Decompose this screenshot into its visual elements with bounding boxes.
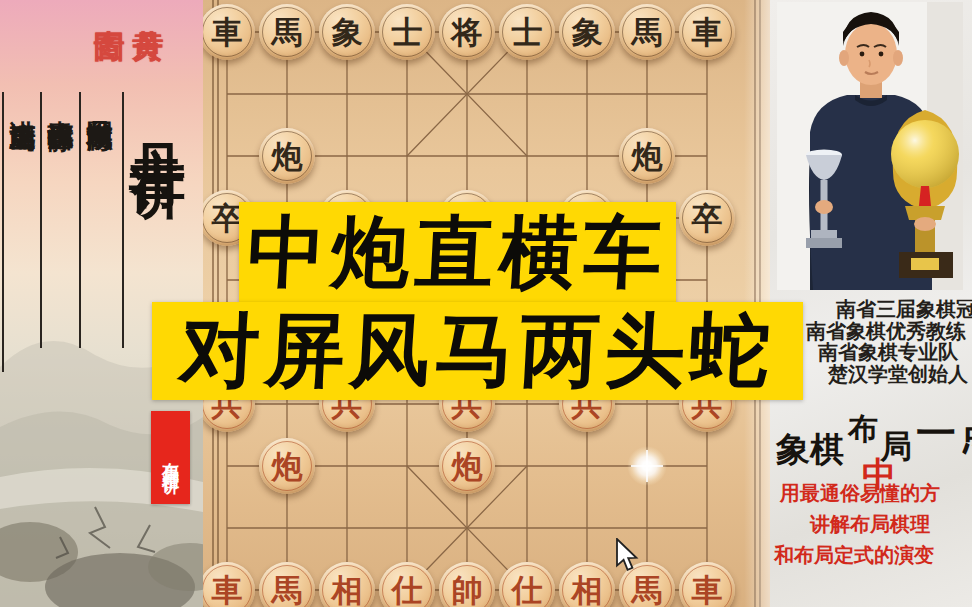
piece-炮[interactable]: 炮 xyxy=(619,128,675,184)
presenter-photo xyxy=(777,2,963,290)
series-badge-label: 布局精讲 xyxy=(159,448,182,468)
piece-char: 馬 xyxy=(272,17,303,48)
piece-char: 馬 xyxy=(272,575,303,606)
divider-line xyxy=(122,92,124,348)
brand-part-xiangqi: 象棋 xyxy=(776,431,844,468)
piece-char: 相 xyxy=(332,575,363,606)
credential-line: 南省三届象棋冠 xyxy=(836,299,972,321)
slogan-line: 用最通俗易懂的方 xyxy=(780,478,972,509)
title-text-line1: 中炮直横车 xyxy=(237,214,678,292)
title-banner-line2: 对屏风马两头蛇 xyxy=(152,302,803,400)
piece-相[interactable]: 相 xyxy=(559,562,615,607)
piece-馬[interactable]: 馬 xyxy=(619,4,675,60)
piece-仕[interactable]: 仕 xyxy=(379,562,435,607)
piece-帥[interactable]: 帥 xyxy=(439,562,495,607)
piece-char: 士 xyxy=(392,17,423,48)
piece-象[interactable]: 象 xyxy=(319,4,375,60)
piece-char: 炮 xyxy=(632,141,663,172)
piece-馬[interactable]: 馬 xyxy=(259,4,315,60)
channel-title: 丹青讲 xyxy=(130,98,186,128)
divider-line xyxy=(40,92,42,348)
slogan-line: 讲解布局棋理 xyxy=(810,509,972,540)
piece-char: 卒 xyxy=(212,203,243,234)
piece-炮[interactable]: 炮 xyxy=(259,128,315,184)
mouse-cursor xyxy=(615,538,639,572)
piece-車[interactable]: 車 xyxy=(679,4,735,60)
brand-logo-text: 象棋布局一点通 中 xyxy=(776,408,972,463)
piece-車[interactable]: 車 xyxy=(203,4,255,60)
poem-line-2: 青嶂浅深当雨静 xyxy=(47,100,73,107)
title-banner-line1: 中炮直横车 xyxy=(239,202,676,303)
piece-車[interactable]: 車 xyxy=(203,562,255,607)
piece-char: 士 xyxy=(512,17,543,48)
poem-line-1: 丹阳城南秋海阴 xyxy=(86,100,112,107)
series-badge: 布局精讲 xyxy=(151,411,190,504)
piece-char: 仕 xyxy=(512,575,543,606)
piece-char: 馬 xyxy=(632,575,663,606)
seal-right-column: 黄丹 xyxy=(132,6,164,10)
slogan-block: 用最通俗易懂的方 讲解布局棋理 和布局定式的演变 xyxy=(770,478,972,571)
piece-車[interactable]: 車 xyxy=(679,562,735,607)
divider-line xyxy=(2,92,4,372)
piece-char: 車 xyxy=(692,17,723,48)
piece-char: 象 xyxy=(332,17,363,48)
brand-part-yidiantong: 一点通 xyxy=(916,411,972,456)
thumbnail-stage: 青图 黄丹 丹青讲 丹阳城南秋海阴 青嶂浅深当雨静 讲席旧逢山鸟至 布局精讲 xyxy=(0,0,972,607)
piece-炮[interactable]: 炮 xyxy=(259,438,315,494)
piece-char: 炮 xyxy=(272,451,303,482)
piece-将[interactable]: 将 xyxy=(439,4,495,60)
piece-char: 相 xyxy=(572,575,603,606)
piece-士[interactable]: 士 xyxy=(379,4,435,60)
piece-char: 車 xyxy=(212,575,243,606)
piece-char: 帥 xyxy=(452,575,483,606)
piece-char: 車 xyxy=(692,575,723,606)
piece-char: 卒 xyxy=(692,203,723,234)
piece-仕[interactable]: 仕 xyxy=(499,562,555,607)
piece-char: 象 xyxy=(572,17,603,48)
credential-line: 南省象棋优秀教练 xyxy=(806,321,972,343)
piece-士[interactable]: 士 xyxy=(499,4,555,60)
piece-char: 将 xyxy=(452,17,483,48)
red-seal-stamp: 青图 黄丹 xyxy=(93,6,163,10)
piece-char: 車 xyxy=(212,17,243,48)
piece-相[interactable]: 相 xyxy=(319,562,375,607)
poem-line-3: 讲席旧逢山鸟至 xyxy=(9,100,35,107)
slogan-line: 和布局定式的演变 xyxy=(774,540,972,571)
title-text-line2: 对屏风马两头蛇 xyxy=(150,311,805,391)
credential-line: 楚汉学堂创始人 xyxy=(828,364,972,386)
piece-char: 馬 xyxy=(632,17,663,48)
piece-char: 炮 xyxy=(272,141,303,172)
brand-part-bu: 布 xyxy=(848,412,878,445)
credential-line: 南省象棋专业队 xyxy=(818,342,972,364)
piece-象[interactable]: 象 xyxy=(559,4,615,60)
piece-炮[interactable]: 炮 xyxy=(439,438,495,494)
presenter-photo-art xyxy=(777,2,963,290)
piece-馬[interactable]: 馬 xyxy=(259,562,315,607)
divider-line xyxy=(79,92,81,348)
seal-left-column: 青图 xyxy=(93,6,125,10)
piece-char: 炮 xyxy=(452,451,483,482)
piece-卒[interactable]: 卒 xyxy=(679,190,735,246)
piece-char: 仕 xyxy=(392,575,423,606)
